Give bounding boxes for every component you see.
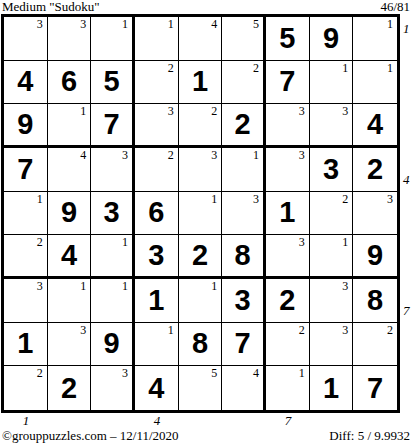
given-digit: 2: [353, 148, 397, 191]
cell-r8c8[interactable]: 3: [310, 323, 354, 367]
row-label-7: 7: [403, 301, 412, 321]
pencil-mark: 1: [37, 193, 43, 205]
pencil-mark: 2: [299, 324, 305, 336]
cell-r9c7[interactable]: 1: [266, 366, 310, 410]
sudoku-page: Medium "Sudoku" 46/81 331145591465212711…: [0, 0, 412, 445]
pencil-mark: 3: [37, 18, 43, 30]
given-digit: 1: [179, 61, 222, 104]
cell-r4c8[interactable]: 3: [310, 148, 354, 192]
cell-r1c7[interactable]: 5: [266, 17, 310, 61]
given-digit: 7: [353, 366, 397, 410]
cell-r9c3[interactable]: 3: [91, 366, 135, 410]
cell-r3c9[interactable]: 4: [353, 104, 397, 148]
pencil-mark: 4: [211, 18, 217, 30]
cell-r4c1[interactable]: 7: [4, 148, 48, 192]
given-digit: 1: [266, 192, 309, 235]
cell-r7c6[interactable]: 3: [222, 279, 266, 323]
cell-r9c1[interactable]: 2: [4, 366, 48, 410]
pencil-mark: 3: [299, 105, 305, 117]
pencil-mark: 1: [253, 149, 259, 161]
sudoku-board: 3311455914652127119173223347432313321936…: [1, 14, 400, 413]
pencil-mark: 2: [37, 236, 43, 248]
cell-r7c4[interactable]: 1: [135, 279, 179, 323]
pencil-mark: 1: [387, 18, 393, 30]
given-digit: 9: [353, 235, 397, 276]
cell-r4c7[interactable]: 3: [266, 148, 310, 192]
pencil-mark: 3: [387, 193, 393, 205]
cell-r4c9[interactable]: 2: [353, 148, 397, 192]
cell-r8c7[interactable]: 2: [266, 323, 310, 367]
cell-r7c9[interactable]: 8: [353, 279, 397, 323]
given-digit: 7: [4, 148, 47, 191]
given-digit: 9: [4, 104, 47, 145]
cell-r4c5[interactable]: 3: [179, 148, 223, 192]
cell-r7c1[interactable]: 3: [4, 279, 48, 323]
difficulty-text: Diff: 5 / 9.9932: [329, 429, 410, 443]
cell-r2c7[interactable]: 7: [266, 61, 310, 105]
row-label-4: 4: [403, 170, 412, 190]
pencil-mark: 1: [80, 280, 86, 292]
given-digit: 9: [310, 17, 353, 60]
cell-r6c5[interactable]: 2: [179, 235, 223, 279]
cell-r4c6[interactable]: 1: [222, 148, 266, 192]
cell-r8c9[interactable]: 2: [353, 323, 397, 367]
cell-r1c9[interactable]: 1: [353, 17, 397, 61]
cell-r7c7[interactable]: 2: [266, 279, 310, 323]
pencil-mark: 3: [342, 105, 348, 117]
pencil-mark: 4: [80, 149, 86, 161]
pencil-mark: 2: [168, 62, 174, 74]
cell-r8c3[interactable]: 9: [91, 323, 135, 367]
pencil-mark: 4: [253, 367, 259, 379]
pencil-mark: 1: [211, 193, 217, 205]
given-digit: 2: [179, 235, 222, 276]
cell-r3c1[interactable]: 9: [4, 104, 48, 148]
cell-r9c4[interactable]: 4: [135, 366, 179, 410]
cell-r5c7[interactable]: 1: [266, 192, 310, 236]
cell-r5c9[interactable]: 3: [353, 192, 397, 236]
pencil-mark: 3: [299, 236, 305, 248]
pencil-mark: 3: [122, 149, 128, 161]
cell-r2c1[interactable]: 4: [4, 61, 48, 105]
row-label-1: 1: [403, 19, 412, 39]
cell-r1c2[interactable]: 3: [48, 17, 92, 61]
pencil-mark: 2: [211, 105, 217, 117]
cell-r8c6[interactable]: 7: [222, 323, 266, 367]
given-digit: 8: [222, 235, 263, 276]
cell-r5c2[interactable]: 9: [48, 192, 92, 236]
cell-r6c6[interactable]: 8: [222, 235, 266, 279]
cell-r1c5[interactable]: 4: [179, 17, 223, 61]
pencil-mark: 3: [253, 193, 259, 205]
cell-r3c2[interactable]: 1: [48, 104, 92, 148]
given-digit: 4: [135, 366, 178, 410]
cell-r2c2[interactable]: 6: [48, 61, 92, 105]
cell-r4c3[interactable]: 3: [91, 148, 135, 192]
given-digit: 3: [135, 235, 178, 276]
cell-r6c2[interactable]: 4: [48, 235, 92, 279]
cell-r2c6[interactable]: 2: [222, 61, 266, 105]
cell-r5c6[interactable]: 3: [222, 192, 266, 236]
given-digit: 8: [353, 279, 397, 322]
pencil-mark: 3: [122, 367, 128, 379]
given-digit: 4: [48, 235, 91, 276]
pencil-mark: 1: [122, 236, 128, 248]
cell-r2c4[interactable]: 2: [135, 61, 179, 105]
given-digit: 9: [91, 323, 132, 366]
cell-r9c8[interactable]: 1: [310, 366, 354, 410]
cell-r1c4[interactable]: 1: [135, 17, 179, 61]
pencil-mark: 1: [122, 18, 128, 30]
pencil-mark: 2: [253, 62, 259, 74]
given-digit: 6: [48, 61, 91, 104]
given-digit: 2: [222, 104, 263, 145]
footer: ©grouppuzzles.com – 12/11/2020 Diff: 5 /…: [2, 429, 410, 443]
given-digit: 7: [91, 104, 132, 145]
cell-r7c8[interactable]: 3: [310, 279, 354, 323]
col-label-4: 4: [135, 414, 179, 428]
given-digit: 1: [4, 323, 47, 366]
given-digit: 2: [266, 279, 309, 322]
cell-r6c9[interactable]: 9: [353, 235, 397, 279]
pencil-mark: 2: [168, 149, 174, 161]
cell-r5c5[interactable]: 1: [179, 192, 223, 236]
cell-r2c3[interactable]: 5: [91, 61, 135, 105]
cell-r2c5[interactable]: 1: [179, 61, 223, 105]
pencil-mark: 1: [168, 324, 174, 336]
given-digit: 6: [135, 192, 178, 235]
pencil-mark: 5: [253, 18, 259, 30]
cell-r8c4[interactable]: 1: [135, 323, 179, 367]
cell-r8c5[interactable]: 8: [179, 323, 223, 367]
cell-r7c2[interactable]: 1: [48, 279, 92, 323]
cell-r3c6[interactable]: 2: [222, 104, 266, 148]
pencil-mark: 3: [211, 149, 217, 161]
given-digit: 9: [48, 192, 91, 235]
pencil-mark: 1: [342, 236, 348, 248]
pencil-mark: 2: [37, 367, 43, 379]
cell-r6c3[interactable]: 1: [91, 235, 135, 279]
copyright-text: ©grouppuzzles.com – 12/11/2020: [2, 429, 179, 443]
pencil-mark: 5: [211, 367, 217, 379]
given-digit: 8: [179, 323, 222, 366]
cell-r3c3[interactable]: 7: [91, 104, 135, 148]
pencil-mark: 3: [80, 18, 86, 30]
cell-r5c3[interactable]: 3: [91, 192, 135, 236]
given-digit: 3: [91, 192, 132, 235]
col-label-1: 1: [4, 414, 48, 428]
pencil-mark: 3: [37, 280, 43, 292]
cell-r5c8[interactable]: 2: [310, 192, 354, 236]
cell-r3c4[interactable]: 3: [135, 104, 179, 148]
given-digit: 7: [266, 61, 309, 104]
cell-r1c8[interactable]: 9: [310, 17, 354, 61]
pencil-mark: 2: [342, 193, 348, 205]
pencil-mark: 1: [80, 105, 86, 117]
cell-r4c4[interactable]: 2: [135, 148, 179, 192]
cell-r6c4[interactable]: 3: [135, 235, 179, 279]
pencil-mark: 3: [168, 105, 174, 117]
pencil-mark: 1: [122, 280, 128, 292]
progress-counter: 46/81: [380, 0, 410, 13]
pencil-mark: 1: [211, 280, 217, 292]
cell-r6c1[interactable]: 2: [4, 235, 48, 279]
cell-r3c8[interactable]: 3: [310, 104, 354, 148]
given-digit: 5: [266, 17, 309, 60]
cell-r8c2[interactable]: 3: [48, 323, 92, 367]
pencil-mark: 2: [387, 324, 393, 336]
cell-r5c1[interactable]: 1: [4, 192, 48, 236]
col-label-7: 7: [266, 414, 310, 428]
cell-r5c4[interactable]: 6: [135, 192, 179, 236]
pencil-mark: 1: [342, 62, 348, 74]
given-digit: 4: [353, 104, 397, 145]
cell-r1c6[interactable]: 5: [222, 17, 266, 61]
pencil-mark: 3: [299, 149, 305, 161]
cell-r3c5[interactable]: 2: [179, 104, 223, 148]
page-title: Medium "Sudoku": [2, 0, 100, 13]
cell-r2c9[interactable]: 1: [353, 61, 397, 105]
pencil-mark: 3: [342, 280, 348, 292]
cell-r9c5[interactable]: 5: [179, 366, 223, 410]
cell-r1c1[interactable]: 3: [4, 17, 48, 61]
cell-r6c7[interactable]: 3: [266, 235, 310, 279]
given-digit: 1: [135, 279, 178, 322]
cell-r7c5[interactable]: 1: [179, 279, 223, 323]
pencil-mark: 3: [80, 324, 86, 336]
cell-r9c2[interactable]: 2: [48, 366, 92, 410]
given-digit: 3: [222, 279, 263, 322]
given-digit: 3: [310, 148, 353, 191]
pencil-mark: 1: [387, 62, 393, 74]
cell-r2c8[interactable]: 1: [310, 61, 354, 105]
cell-r9c6[interactable]: 4: [222, 366, 266, 410]
given-digit: 5: [91, 61, 132, 104]
cell-r6c8[interactable]: 1: [310, 235, 354, 279]
given-digit: 4: [4, 61, 47, 104]
pencil-mark: 3: [342, 324, 348, 336]
cell-r4c2[interactable]: 4: [48, 148, 92, 192]
cell-r8c1[interactable]: 1: [4, 323, 48, 367]
given-digit: 7: [222, 323, 263, 366]
cell-r1c3[interactable]: 1: [91, 17, 135, 61]
cell-r7c3[interactable]: 1: [91, 279, 135, 323]
given-digit: 2: [48, 366, 91, 410]
header: Medium "Sudoku" 46/81: [2, 0, 410, 13]
given-digit: 1: [310, 366, 353, 410]
pencil-mark: 1: [299, 367, 305, 379]
cell-r3c7[interactable]: 3: [266, 104, 310, 148]
cell-r9c9[interactable]: 7: [353, 366, 397, 410]
pencil-mark: 1: [168, 18, 174, 30]
